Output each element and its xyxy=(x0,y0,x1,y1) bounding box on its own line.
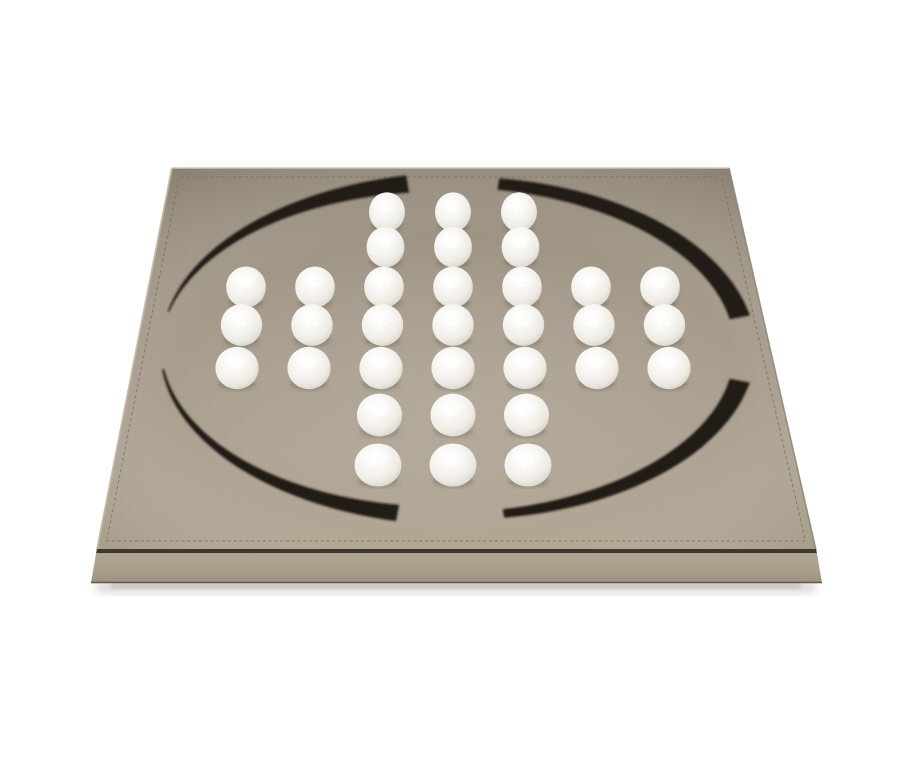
marble-r4c5[interactable] xyxy=(503,304,544,347)
marble-r6c5[interactable] xyxy=(504,394,549,438)
marble-r7c3[interactable] xyxy=(355,443,402,487)
marble-r3c1[interactable] xyxy=(226,266,266,308)
marble-r4c2[interactable] xyxy=(291,304,332,347)
marble-r4c1[interactable] xyxy=(221,304,262,347)
marble-r1c5[interactable] xyxy=(501,192,537,232)
marble-r4c6[interactable] xyxy=(573,304,614,347)
solitaire-board-photo xyxy=(0,0,900,762)
marble-r4c4[interactable] xyxy=(432,304,473,347)
board-scene xyxy=(0,0,900,762)
marble-r6c3[interactable] xyxy=(357,394,402,438)
marble-r3c5[interactable] xyxy=(502,266,542,308)
marble-r5c3[interactable] xyxy=(359,347,402,390)
marble-r7c4[interactable] xyxy=(430,443,477,487)
marble-r2c4[interactable] xyxy=(434,227,472,268)
marble-r2c5[interactable] xyxy=(502,227,540,268)
marble-r5c7[interactable] xyxy=(647,347,690,390)
marble-r3c2[interactable] xyxy=(295,266,335,308)
marble-r4c3[interactable] xyxy=(362,304,403,347)
marble-r5c5[interactable] xyxy=(503,347,546,390)
marble-r5c2[interactable] xyxy=(287,347,330,390)
board-front-face xyxy=(91,554,822,584)
marble-r5c6[interactable] xyxy=(575,347,618,390)
marble-r1c3[interactable] xyxy=(369,192,405,232)
board-edge-dark-line xyxy=(96,549,817,554)
marble-r3c4[interactable] xyxy=(433,266,473,308)
marble-r5c4[interactable] xyxy=(431,347,474,390)
marble-r1c4[interactable] xyxy=(435,192,471,232)
marble-r7c5[interactable] xyxy=(505,443,552,487)
marble-r5c1[interactable] xyxy=(215,347,258,390)
marble-r2c3[interactable] xyxy=(367,227,405,268)
marble-r6c4[interactable] xyxy=(430,394,475,438)
marble-r3c7[interactable] xyxy=(640,266,680,308)
marble-r3c6[interactable] xyxy=(571,266,611,308)
marble-r3c3[interactable] xyxy=(364,266,404,308)
marble-r4c7[interactable] xyxy=(644,304,685,347)
